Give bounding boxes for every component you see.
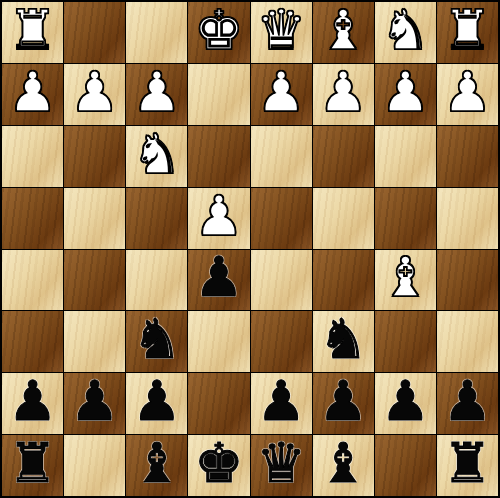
square-b1[interactable]: ♞ xyxy=(375,2,436,63)
black-pawn: ♟ xyxy=(194,250,243,305)
square-h1[interactable]: ♜ xyxy=(2,2,63,63)
square-a7[interactable]: ♟ xyxy=(437,373,498,434)
square-d2[interactable]: ♟ xyxy=(251,64,312,125)
square-a2[interactable]: ♟ xyxy=(437,64,498,125)
square-d3[interactable] xyxy=(251,126,312,187)
square-c1[interactable]: ♝ xyxy=(313,2,374,63)
white-pawn: ♟ xyxy=(194,189,243,244)
square-b4[interactable] xyxy=(375,188,436,249)
black-knight: ♞ xyxy=(132,312,181,367)
black-pawn: ♟ xyxy=(70,374,119,429)
square-g5[interactable] xyxy=(64,250,125,311)
white-pawn: ♟ xyxy=(132,65,181,120)
white-king: ♚ xyxy=(194,3,243,58)
square-e4[interactable]: ♟ xyxy=(188,188,249,249)
square-e2[interactable] xyxy=(188,64,249,125)
square-h8[interactable]: ♜ xyxy=(2,435,63,496)
square-a3[interactable] xyxy=(437,126,498,187)
square-b6[interactable] xyxy=(375,311,436,372)
square-h5[interactable] xyxy=(2,250,63,311)
white-pawn: ♟ xyxy=(256,65,305,120)
square-e3[interactable] xyxy=(188,126,249,187)
white-bishop: ♝ xyxy=(319,3,368,58)
chess-board-window: ♜♚♛♝♞♜♟♟♟♟♟♟♟♞♟♟♝♞♞♟♟♟♟♟♟♟♜♝♚♛♝♜ xyxy=(0,0,500,498)
black-pawn: ♟ xyxy=(8,374,57,429)
black-rook: ♜ xyxy=(8,436,57,491)
square-f1[interactable] xyxy=(126,2,187,63)
square-d7[interactable]: ♟ xyxy=(251,373,312,434)
white-rook: ♜ xyxy=(443,3,492,58)
square-a5[interactable] xyxy=(437,250,498,311)
square-f3[interactable]: ♞ xyxy=(126,126,187,187)
square-d8[interactable]: ♛ xyxy=(251,435,312,496)
square-g2[interactable]: ♟ xyxy=(64,64,125,125)
white-pawn: ♟ xyxy=(319,65,368,120)
white-pawn: ♟ xyxy=(70,65,119,120)
square-f7[interactable]: ♟ xyxy=(126,373,187,434)
square-b7[interactable]: ♟ xyxy=(375,373,436,434)
square-b5[interactable]: ♝ xyxy=(375,250,436,311)
square-h4[interactable] xyxy=(2,188,63,249)
white-pawn: ♟ xyxy=(443,65,492,120)
square-d6[interactable] xyxy=(251,311,312,372)
black-pawn: ♟ xyxy=(319,374,368,429)
square-e5[interactable]: ♟ xyxy=(188,250,249,311)
black-pawn: ♟ xyxy=(443,374,492,429)
square-g6[interactable] xyxy=(64,311,125,372)
square-f8[interactable]: ♝ xyxy=(126,435,187,496)
square-e6[interactable] xyxy=(188,311,249,372)
square-f4[interactable] xyxy=(126,188,187,249)
square-h3[interactable] xyxy=(2,126,63,187)
square-b3[interactable] xyxy=(375,126,436,187)
square-g3[interactable] xyxy=(64,126,125,187)
square-g7[interactable]: ♟ xyxy=(64,373,125,434)
square-f5[interactable] xyxy=(126,250,187,311)
black-knight: ♞ xyxy=(319,312,368,367)
square-c7[interactable]: ♟ xyxy=(313,373,374,434)
chess-board: ♜♚♛♝♞♜♟♟♟♟♟♟♟♞♟♟♝♞♞♟♟♟♟♟♟♟♜♝♚♛♝♜ xyxy=(0,0,500,498)
white-queen: ♛ xyxy=(256,3,305,58)
square-d5[interactable] xyxy=(251,250,312,311)
white-pawn: ♟ xyxy=(381,65,430,120)
square-b2[interactable]: ♟ xyxy=(375,64,436,125)
square-g1[interactable] xyxy=(64,2,125,63)
square-a8[interactable]: ♜ xyxy=(437,435,498,496)
white-rook: ♜ xyxy=(8,3,57,58)
black-pawn: ♟ xyxy=(381,374,430,429)
square-c2[interactable]: ♟ xyxy=(313,64,374,125)
square-b8[interactable] xyxy=(375,435,436,496)
square-c4[interactable] xyxy=(313,188,374,249)
square-c5[interactable] xyxy=(313,250,374,311)
square-a1[interactable]: ♜ xyxy=(437,2,498,63)
square-f6[interactable]: ♞ xyxy=(126,311,187,372)
square-h7[interactable]: ♟ xyxy=(2,373,63,434)
square-d4[interactable] xyxy=(251,188,312,249)
square-c8[interactable]: ♝ xyxy=(313,435,374,496)
square-h2[interactable]: ♟ xyxy=(2,64,63,125)
square-e1[interactable]: ♚ xyxy=(188,2,249,63)
white-knight: ♞ xyxy=(381,3,430,58)
black-bishop: ♝ xyxy=(319,436,368,491)
white-bishop: ♝ xyxy=(381,250,430,305)
square-a6[interactable] xyxy=(437,311,498,372)
black-pawn: ♟ xyxy=(256,374,305,429)
black-pawn: ♟ xyxy=(132,374,181,429)
square-e8[interactable]: ♚ xyxy=(188,435,249,496)
square-e7[interactable] xyxy=(188,373,249,434)
square-g4[interactable] xyxy=(64,188,125,249)
black-king: ♚ xyxy=(194,436,243,491)
square-h6[interactable] xyxy=(2,311,63,372)
square-f2[interactable]: ♟ xyxy=(126,64,187,125)
white-knight: ♞ xyxy=(132,127,181,182)
square-d1[interactable]: ♛ xyxy=(251,2,312,63)
square-c6[interactable]: ♞ xyxy=(313,311,374,372)
square-c3[interactable] xyxy=(313,126,374,187)
square-a4[interactable] xyxy=(437,188,498,249)
square-g8[interactable] xyxy=(64,435,125,496)
black-rook: ♜ xyxy=(443,436,492,491)
black-queen: ♛ xyxy=(256,436,305,491)
black-bishop: ♝ xyxy=(132,436,181,491)
white-pawn: ♟ xyxy=(8,65,57,120)
